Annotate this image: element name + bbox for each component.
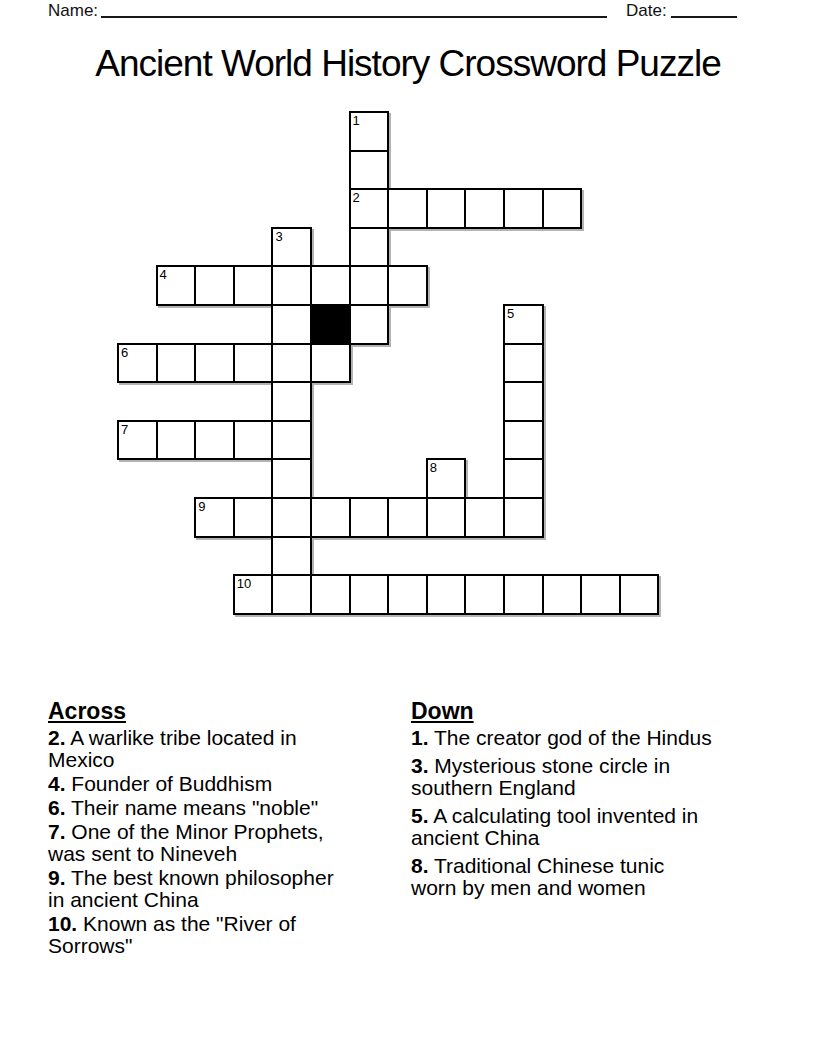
cell-r10c3[interactable] xyxy=(233,497,274,538)
cell-r6c1[interactable] xyxy=(156,343,197,384)
cell-r12c6[interactable] xyxy=(349,574,390,615)
cell-r7c10[interactable] xyxy=(503,381,544,422)
cell-r8c1[interactable] xyxy=(156,420,197,461)
worksheet-page: Name: Date: Ancient World History Crossw… xyxy=(0,0,816,1056)
cell-r5c4[interactable] xyxy=(271,304,312,345)
cell-r4c1[interactable]: 4 xyxy=(156,265,197,306)
cell-r4c5[interactable] xyxy=(310,265,351,306)
cell-r0c6[interactable]: 1 xyxy=(349,111,390,152)
cell-r12c4[interactable] xyxy=(271,574,312,615)
cell-r12c12[interactable] xyxy=(580,574,621,615)
clue-number-label: 1. xyxy=(411,726,429,749)
cell-r10c10[interactable] xyxy=(503,497,544,538)
cell-r7c4[interactable] xyxy=(271,381,312,422)
cell-r5c10[interactable]: 5 xyxy=(503,304,544,345)
cell-r6c5[interactable] xyxy=(310,343,351,384)
date-line[interactable] xyxy=(671,0,737,18)
across-heading: Across xyxy=(48,699,398,723)
cell-r12c5[interactable] xyxy=(310,574,351,615)
cell-r1c6[interactable] xyxy=(349,150,390,191)
cell-r8c4[interactable] xyxy=(271,420,312,461)
black-cell xyxy=(310,304,351,345)
clue-3: 3. Mysterious stone circle insouthern En… xyxy=(411,755,771,799)
cell-r10c4[interactable] xyxy=(271,497,312,538)
clue-number-label: 2. xyxy=(48,726,66,749)
clue-10: 10. Known as the "River ofSorrows" xyxy=(48,913,398,957)
cell-r4c6[interactable] xyxy=(349,265,390,306)
clue-number-label: 10. xyxy=(48,912,77,935)
clue-number-9: 9 xyxy=(198,499,205,514)
cell-r6c3[interactable] xyxy=(233,343,274,384)
page-title: Ancient World History Crossword Puzzle xyxy=(0,44,816,84)
across-clue-list: 2. A warlike tribe located inMexico4. Fo… xyxy=(48,727,398,957)
cell-r10c8[interactable] xyxy=(426,497,467,538)
clue-8: 8. Traditional Chinese tunicworn by men … xyxy=(411,855,771,899)
name-label: Name: xyxy=(48,1,98,21)
cell-r10c7[interactable] xyxy=(387,497,428,538)
cell-r2c9[interactable] xyxy=(464,188,505,229)
cell-r2c8[interactable] xyxy=(426,188,467,229)
clue-7: 7. One of the Minor Prophets,was sent to… xyxy=(48,821,398,865)
cell-r8c2[interactable] xyxy=(194,420,235,461)
cell-r5c6[interactable] xyxy=(349,304,390,345)
clue-9: 9. The best known philosopherin ancient … xyxy=(48,867,398,911)
cell-r2c10[interactable] xyxy=(503,188,544,229)
clue-number-label: 7. xyxy=(48,820,66,843)
clue-2: 2. A warlike tribe located inMexico xyxy=(48,727,398,771)
cell-r10c2[interactable]: 9 xyxy=(194,497,235,538)
crossword-grid: 12345678910 xyxy=(117,111,660,616)
cell-r12c9[interactable] xyxy=(464,574,505,615)
cell-r12c8[interactable] xyxy=(426,574,467,615)
clue-6: 6. Their name means "noble" xyxy=(48,797,398,819)
clue-number-label: 6. xyxy=(48,796,66,819)
cell-r12c10[interactable] xyxy=(503,574,544,615)
clue-number-1: 1 xyxy=(353,113,360,128)
cell-r2c7[interactable] xyxy=(387,188,428,229)
clue-number-7: 7 xyxy=(121,422,128,437)
cell-r6c4[interactable] xyxy=(271,343,312,384)
cell-r10c6[interactable] xyxy=(349,497,390,538)
cell-r8c0[interactable]: 7 xyxy=(117,420,158,461)
down-clues-section: Down 1. The creator god of the Hindus3. … xyxy=(411,699,771,905)
cell-r4c3[interactable] xyxy=(233,265,274,306)
clue-number-5: 5 xyxy=(507,306,514,321)
cell-r6c0[interactable]: 6 xyxy=(117,343,158,384)
cell-r2c11[interactable] xyxy=(542,188,583,229)
cell-r3c6[interactable] xyxy=(349,227,390,268)
cell-r9c8[interactable]: 8 xyxy=(426,458,467,499)
clue-number-label: 5. xyxy=(411,804,429,827)
cell-r6c2[interactable] xyxy=(194,343,235,384)
clue-number-2: 2 xyxy=(353,190,360,205)
cell-r12c13[interactable] xyxy=(619,574,660,615)
across-clues-section: Across 2. A warlike tribe located inMexi… xyxy=(48,699,398,959)
cell-r12c3[interactable]: 10 xyxy=(233,574,274,615)
clue-number-4: 4 xyxy=(160,267,167,282)
cell-r4c7[interactable] xyxy=(387,265,428,306)
cell-r8c10[interactable] xyxy=(503,420,544,461)
cell-r11c4[interactable] xyxy=(271,536,312,577)
cell-r8c3[interactable] xyxy=(233,420,274,461)
cell-r9c10[interactable] xyxy=(503,458,544,499)
cell-r12c11[interactable] xyxy=(542,574,583,615)
name-line[interactable] xyxy=(101,0,607,18)
cell-r2c6[interactable]: 2 xyxy=(349,188,390,229)
cell-r10c5[interactable] xyxy=(310,497,351,538)
cell-r3c4[interactable]: 3 xyxy=(271,227,312,268)
date-label: Date: xyxy=(626,1,667,21)
clue-number-label: 4. xyxy=(48,772,66,795)
clue-number-label: 9. xyxy=(48,866,66,889)
cell-r10c9[interactable] xyxy=(464,497,505,538)
clue-number-label: 8. xyxy=(411,854,429,877)
clue-number-label: 3. xyxy=(411,754,429,777)
clue-number-3: 3 xyxy=(275,229,282,244)
clue-number-8: 8 xyxy=(430,460,437,475)
clue-1: 1. The creator god of the Hindus xyxy=(411,727,771,749)
cell-r6c10[interactable] xyxy=(503,343,544,384)
cell-r4c2[interactable] xyxy=(194,265,235,306)
clue-5: 5. A calculating tool invented inancient… xyxy=(411,805,771,849)
cell-r9c4[interactable] xyxy=(271,458,312,499)
down-clue-list: 1. The creator god of the Hindus3. Myste… xyxy=(411,727,771,899)
clue-number-10: 10 xyxy=(237,576,251,591)
clue-number-6: 6 xyxy=(121,345,128,360)
cell-r4c4[interactable] xyxy=(271,265,312,306)
clue-4: 4. Founder of Buddhism xyxy=(48,773,398,795)
down-heading: Down xyxy=(411,699,771,723)
cell-r12c7[interactable] xyxy=(387,574,428,615)
